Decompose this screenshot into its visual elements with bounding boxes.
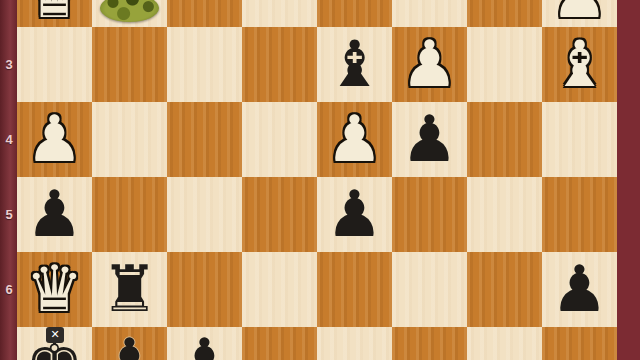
square-f5[interactable] [167,177,242,252]
square-h4[interactable]: ♟ [17,102,92,177]
square-h5[interactable]: ♟ [17,177,92,252]
rank-label-3: 3 [3,57,15,73]
square-d4[interactable]: ♟ [317,102,392,177]
rank-label-4: 4 [3,132,15,148]
square-g5[interactable] [92,177,167,252]
black-rook-g6[interactable]: ♜ [92,252,167,327]
square-a5[interactable] [542,177,617,252]
black-pawn-g7[interactable]: ♟ [92,327,167,360]
white-pawn-c3[interactable]: ♟ [392,27,467,102]
square-h6[interactable]: ♛ [17,252,92,327]
square-e5[interactable] [242,177,317,252]
square-f4[interactable] [167,102,242,177]
square-f6[interactable] [167,252,242,327]
square-a2[interactable]: ♟ [542,0,617,27]
square-c6[interactable] [392,252,467,327]
white-bishop-a3[interactable]: ♝ [542,27,617,102]
square-f3[interactable] [167,27,242,102]
chess-board[interactable]: ♛♚♟♝♟♝♟♟♟♟♟♛♜♟♚✕♟♟ [17,0,617,360]
square-d6[interactable] [317,252,392,327]
square-h3[interactable] [17,27,92,102]
square-e3[interactable] [242,27,317,102]
square-d7[interactable] [317,327,392,360]
white-queen-h2[interactable]: ♛ [17,0,92,27]
square-g2[interactable]: ♚ [92,0,167,27]
square-a3[interactable]: ♝ [542,27,617,102]
square-b2[interactable] [467,0,542,27]
chess-app-screenshot: ♛♚♟♝♟♝♟♟♟♟♟♛♜♟♚✕♟♟ 3456 [0,0,640,360]
square-b5[interactable] [467,177,542,252]
rank-label-6: 6 [3,282,15,298]
square-d2[interactable] [317,0,392,27]
square-e7[interactable] [242,327,317,360]
white-pawn-d4[interactable]: ♟ [317,102,392,177]
black-pawn-a6[interactable]: ♟ [542,252,617,327]
square-g4[interactable] [92,102,167,177]
square-b7[interactable] [467,327,542,360]
square-a4[interactable] [542,102,617,177]
square-d3[interactable]: ♝ [317,27,392,102]
white-pawn-h4[interactable]: ♟ [17,102,92,177]
square-g3[interactable] [92,27,167,102]
square-c3[interactable]: ♟ [392,27,467,102]
rank-label-5: 5 [3,207,15,223]
square-h2[interactable]: ♛ [17,0,92,27]
square-c4[interactable]: ♟ [392,102,467,177]
black-bishop-d3[interactable]: ♝ [317,27,392,102]
black-pawn-h5[interactable]: ♟ [17,177,92,252]
square-f7[interactable]: ♟ [167,327,242,360]
square-c7[interactable] [392,327,467,360]
black-pawn-c4[interactable]: ♟ [392,102,467,177]
square-e2[interactable] [242,0,317,27]
square-g7[interactable]: ♟ [92,327,167,360]
square-e4[interactable] [242,102,317,177]
loss-x-badge-icon: ✕ [46,327,64,343]
square-c5[interactable] [392,177,467,252]
square-g6[interactable]: ♜ [92,252,167,327]
square-h7[interactable]: ♚✕ [17,327,92,360]
white-pawn-a2[interactable]: ♟ [542,0,617,27]
black-pawn-f7[interactable]: ♟ [167,327,242,360]
black-pawn-d5[interactable]: ♟ [317,177,392,252]
square-b4[interactable] [467,102,542,177]
square-a7[interactable] [542,327,617,360]
square-e6[interactable] [242,252,317,327]
square-b3[interactable] [467,27,542,102]
white-queen-h6[interactable]: ♛ [17,252,92,327]
square-d5[interactable]: ♟ [317,177,392,252]
square-c2[interactable] [392,0,467,27]
square-f2[interactable] [167,0,242,27]
square-b6[interactable] [467,252,542,327]
square-a6[interactable]: ♟ [542,252,617,327]
